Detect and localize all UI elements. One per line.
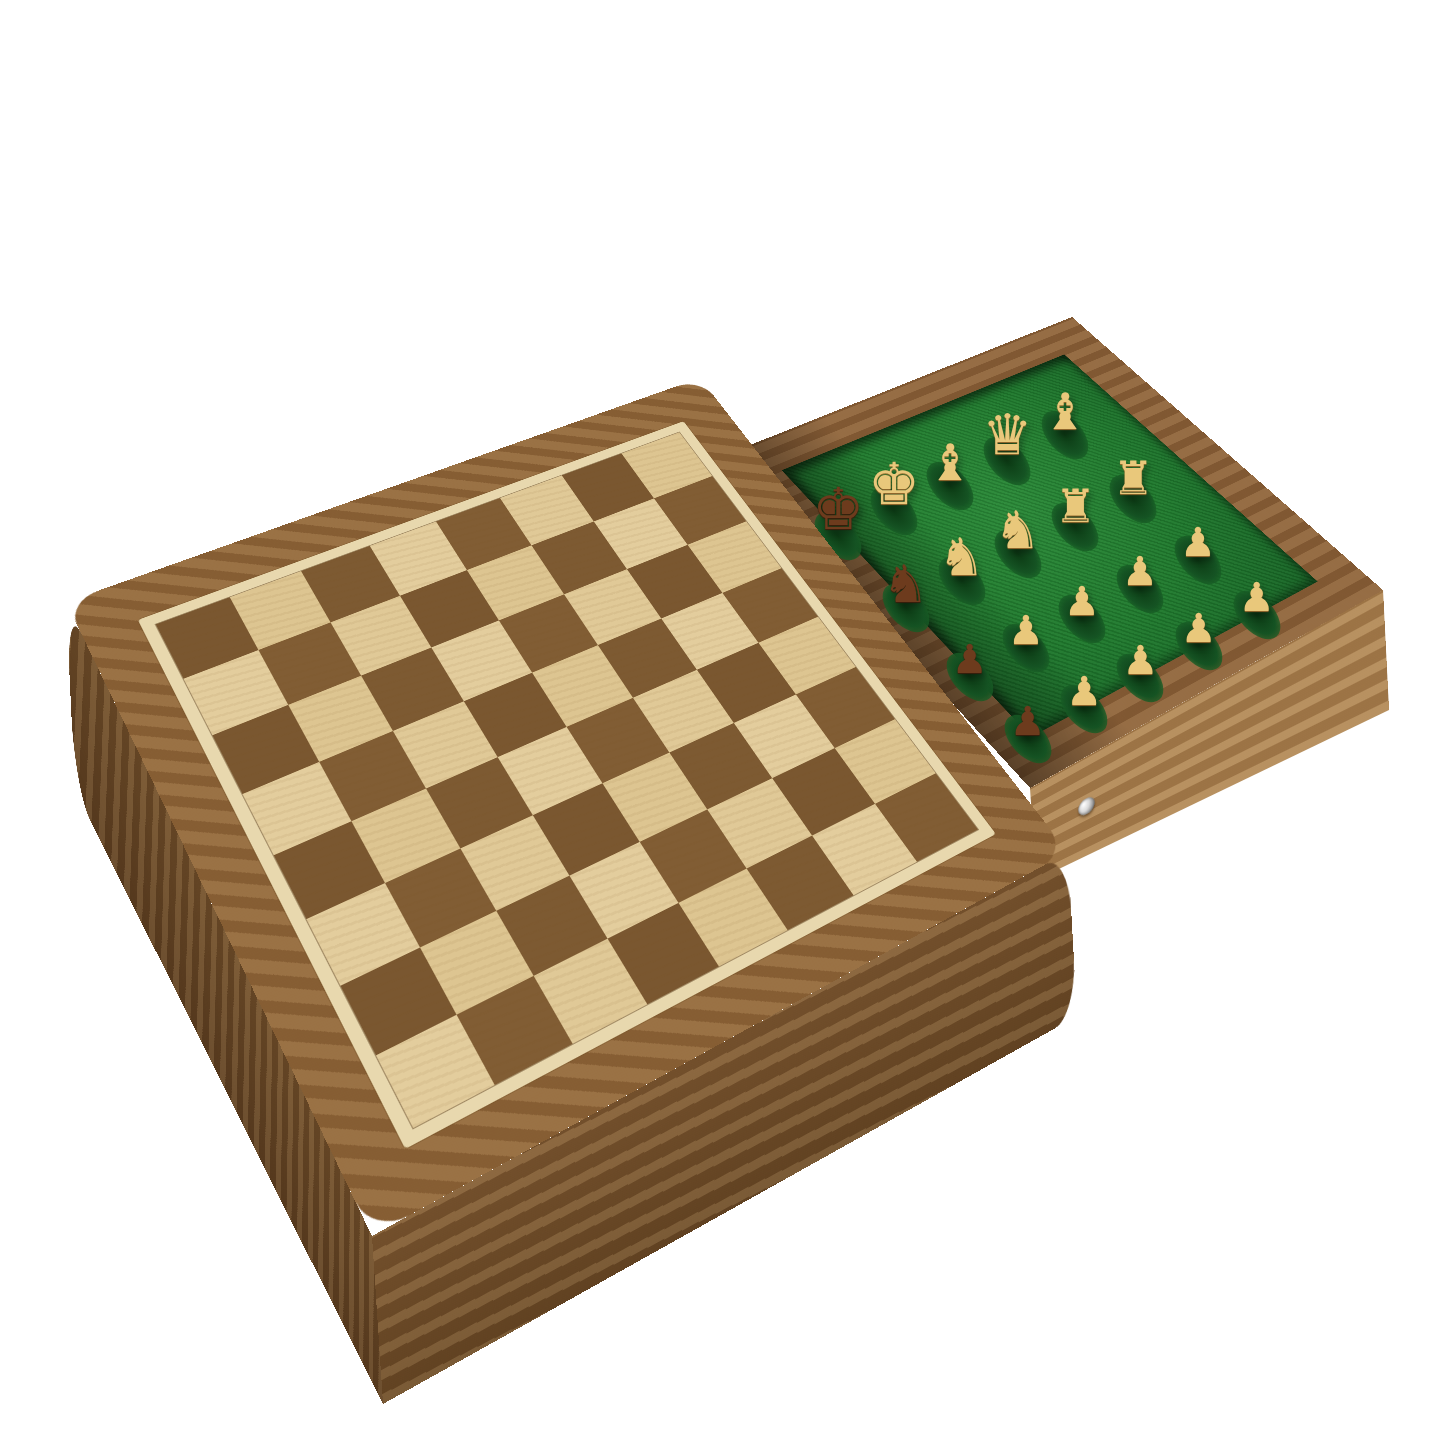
product-photo-scene: ♚♞♟♟♚♞♟♟♝♞♟♟♛♜♟♟♝♜♟♟ (0, 0, 1445, 1445)
board-lid (66, 378, 1068, 1236)
chess-box (0, 0, 1445, 1445)
